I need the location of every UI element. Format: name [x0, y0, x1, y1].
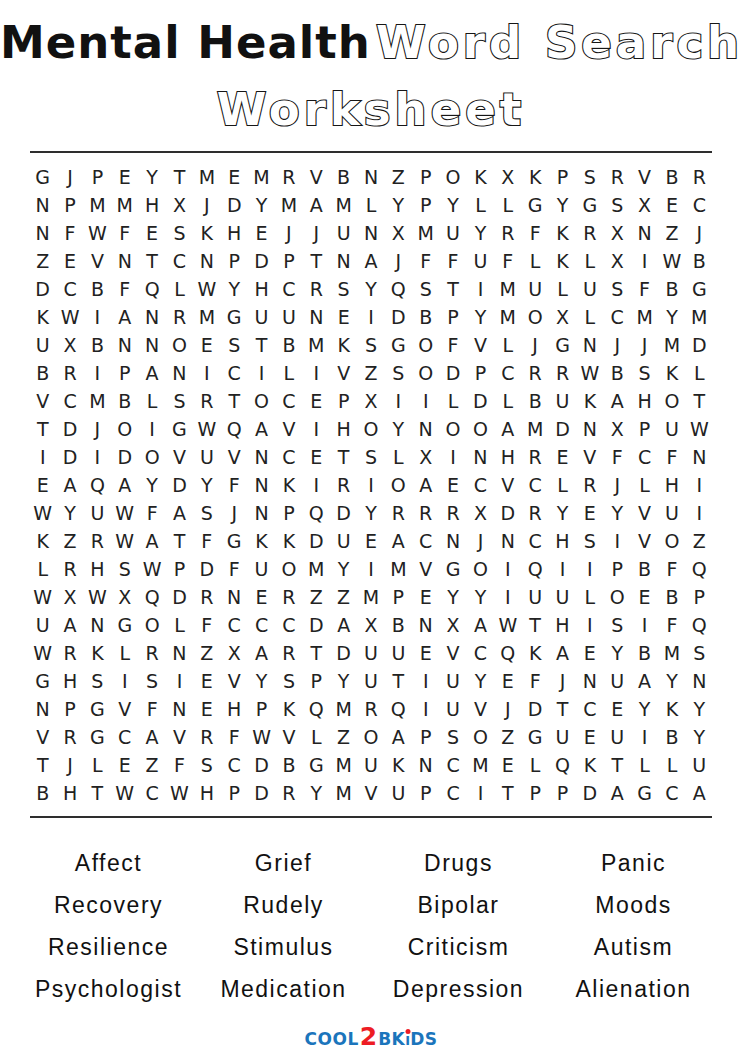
grid-cell[interactable]: X	[439, 611, 466, 639]
grid-cell[interactable]: U	[439, 219, 466, 247]
grid-cell[interactable]: R	[193, 583, 220, 611]
grid-cell[interactable]: W	[248, 723, 275, 751]
grid-cell[interactable]: P	[111, 359, 138, 387]
grid-cell[interactable]: V	[494, 471, 521, 499]
grid-cell[interactable]: J	[193, 191, 220, 219]
grid-cell[interactable]: K	[29, 303, 56, 331]
grid-cell[interactable]: M	[330, 751, 357, 779]
grid-cell[interactable]: N	[193, 247, 220, 275]
grid-cell[interactable]: S	[330, 275, 357, 303]
grid-cell[interactable]: Y	[467, 303, 494, 331]
grid-cell[interactable]: C	[221, 611, 248, 639]
grid-cell[interactable]: I	[357, 555, 384, 583]
grid-cell[interactable]: Y	[604, 639, 631, 667]
grid-cell[interactable]: U	[686, 751, 713, 779]
grid-cell[interactable]: Z	[56, 527, 83, 555]
grid-cell[interactable]: V	[412, 555, 439, 583]
grid-cell[interactable]: R	[357, 695, 384, 723]
grid-cell[interactable]: E	[412, 639, 439, 667]
grid-cell[interactable]: D	[193, 555, 220, 583]
grid-cell[interactable]: C	[275, 275, 302, 303]
grid-cell[interactable]: E	[56, 247, 83, 275]
grid-cell[interactable]: P	[604, 555, 631, 583]
grid-cell[interactable]: F	[56, 219, 83, 247]
grid-cell[interactable]: G	[576, 191, 603, 219]
grid-cell[interactable]: Z	[138, 751, 165, 779]
grid-cell[interactable]: Q	[385, 275, 412, 303]
grid-cell[interactable]: M	[111, 191, 138, 219]
grid-cell[interactable]: U	[193, 443, 220, 471]
grid-cell[interactable]: N	[303, 303, 330, 331]
grid-cell[interactable]: B	[385, 611, 412, 639]
grid-cell[interactable]: Q	[494, 639, 521, 667]
grid-cell[interactable]: S	[84, 667, 111, 695]
grid-cell[interactable]: M	[412, 219, 439, 247]
grid-cell[interactable]: V	[330, 359, 357, 387]
grid-cell[interactable]: I	[29, 443, 56, 471]
grid-cell[interactable]: S	[439, 723, 466, 751]
grid-cell[interactable]: T	[29, 751, 56, 779]
grid-cell[interactable]: D	[166, 583, 193, 611]
grid-cell[interactable]: E	[549, 443, 576, 471]
grid-cell[interactable]: B	[275, 751, 302, 779]
grid-cell[interactable]: L	[521, 751, 548, 779]
grid-cell[interactable]: W	[576, 359, 603, 387]
grid-cell[interactable]: L	[29, 555, 56, 583]
grid-cell[interactable]: Y	[330, 667, 357, 695]
grid-cell[interactable]: Z	[385, 163, 412, 191]
grid-cell[interactable]: C	[494, 359, 521, 387]
grid-cell[interactable]: R	[275, 639, 302, 667]
grid-cell[interactable]: S	[631, 359, 658, 387]
grid-cell[interactable]: U	[658, 499, 685, 527]
grid-cell[interactable]: V	[166, 723, 193, 751]
grid-cell[interactable]: O	[604, 583, 631, 611]
grid-cell[interactable]: N	[576, 667, 603, 695]
grid-cell[interactable]: V	[275, 415, 302, 443]
grid-cell[interactable]: M	[658, 639, 685, 667]
grid-cell[interactable]: I	[138, 415, 165, 443]
grid-cell[interactable]: R	[138, 639, 165, 667]
grid-cell[interactable]: I	[631, 247, 658, 275]
grid-cell[interactable]: W	[111, 527, 138, 555]
grid-cell[interactable]: E	[138, 219, 165, 247]
grid-cell[interactable]: Q	[221, 415, 248, 443]
grid-cell[interactable]: S	[604, 191, 631, 219]
grid-cell[interactable]: L	[439, 387, 466, 415]
grid-cell[interactable]: P	[248, 695, 275, 723]
grid-cell[interactable]: I	[494, 555, 521, 583]
grid-cell[interactable]: X	[604, 415, 631, 443]
grid-cell[interactable]: V	[221, 667, 248, 695]
grid-cell[interactable]: B	[631, 639, 658, 667]
grid-cell[interactable]: K	[576, 751, 603, 779]
grid-cell[interactable]: H	[221, 219, 248, 247]
grid-cell[interactable]: J	[604, 471, 631, 499]
grid-cell[interactable]: Y	[631, 695, 658, 723]
grid-cell[interactable]: D	[29, 275, 56, 303]
grid-cell[interactable]: X	[357, 611, 384, 639]
grid-cell[interactable]: Y	[658, 303, 685, 331]
grid-cell[interactable]: Y	[357, 499, 384, 527]
grid-cell[interactable]: R	[56, 639, 83, 667]
grid-cell[interactable]: S	[193, 499, 220, 527]
grid-cell[interactable]: O	[138, 443, 165, 471]
grid-cell[interactable]: B	[111, 387, 138, 415]
grid-cell[interactable]: I	[576, 555, 603, 583]
grid-cell[interactable]: I	[686, 471, 713, 499]
grid-cell[interactable]: M	[467, 751, 494, 779]
grid-cell[interactable]: B	[29, 779, 56, 807]
grid-cell[interactable]: F	[658, 555, 685, 583]
grid-cell[interactable]: F	[138, 695, 165, 723]
grid-cell[interactable]: T	[521, 611, 548, 639]
grid-cell[interactable]: M	[357, 583, 384, 611]
grid-cell[interactable]: I	[84, 443, 111, 471]
grid-cell[interactable]: A	[357, 247, 384, 275]
grid-cell[interactable]: O	[521, 303, 548, 331]
grid-cell[interactable]: U	[604, 723, 631, 751]
grid-cell[interactable]: O	[275, 555, 302, 583]
grid-cell[interactable]: K	[658, 695, 685, 723]
grid-cell[interactable]: I	[467, 779, 494, 807]
grid-cell[interactable]: R	[84, 527, 111, 555]
grid-cell[interactable]: W	[84, 219, 111, 247]
grid-cell[interactable]: S	[576, 527, 603, 555]
grid-cell[interactable]: V	[576, 443, 603, 471]
grid-cell[interactable]: H	[193, 779, 220, 807]
grid-cell[interactable]: L	[631, 751, 658, 779]
grid-cell[interactable]: A	[56, 471, 83, 499]
grid-cell[interactable]: O	[467, 415, 494, 443]
grid-cell[interactable]: A	[56, 611, 83, 639]
grid-cell[interactable]: M	[303, 331, 330, 359]
grid-cell[interactable]: E	[330, 303, 357, 331]
grid-cell[interactable]: J	[303, 219, 330, 247]
grid-cell[interactable]: B	[658, 275, 685, 303]
grid-cell[interactable]: S	[357, 443, 384, 471]
grid-cell[interactable]: G	[221, 303, 248, 331]
grid-cell[interactable]: F	[521, 667, 548, 695]
grid-cell[interactable]: U	[385, 639, 412, 667]
grid-cell[interactable]: N	[357, 219, 384, 247]
grid-cell[interactable]: L	[275, 359, 302, 387]
grid-cell[interactable]: R	[193, 723, 220, 751]
grid-cell[interactable]: O	[467, 555, 494, 583]
grid-cell[interactable]: M	[275, 191, 302, 219]
grid-cell[interactable]: E	[439, 471, 466, 499]
grid-cell[interactable]: F	[439, 247, 466, 275]
grid-cell[interactable]: L	[166, 611, 193, 639]
grid-cell[interactable]: P	[385, 583, 412, 611]
grid-cell[interactable]: G	[521, 191, 548, 219]
grid-cell[interactable]: I	[84, 359, 111, 387]
grid-cell[interactable]: C	[658, 779, 685, 807]
grid-cell[interactable]: X	[604, 219, 631, 247]
grid-cell[interactable]: F	[193, 611, 220, 639]
grid-cell[interactable]: Z	[330, 583, 357, 611]
grid-cell[interactable]: H	[494, 443, 521, 471]
grid-cell[interactable]: I	[248, 359, 275, 387]
grid-cell[interactable]: J	[521, 331, 548, 359]
grid-cell[interactable]: I	[467, 275, 494, 303]
grid-cell[interactable]: L	[385, 443, 412, 471]
grid-cell[interactable]: L	[549, 471, 576, 499]
grid-cell[interactable]: I	[576, 611, 603, 639]
grid-cell[interactable]: D	[385, 303, 412, 331]
grid-cell[interactable]: O	[111, 415, 138, 443]
grid-cell[interactable]: B	[658, 163, 685, 191]
grid-cell[interactable]: U	[549, 387, 576, 415]
grid-cell[interactable]: M	[303, 555, 330, 583]
grid-cell[interactable]: D	[56, 415, 83, 443]
grid-cell[interactable]: S	[412, 275, 439, 303]
grid-cell[interactable]: U	[330, 527, 357, 555]
grid-cell[interactable]: W	[138, 555, 165, 583]
grid-cell[interactable]: W	[56, 303, 83, 331]
grid-cell[interactable]: C	[138, 779, 165, 807]
grid-cell[interactable]: J	[275, 219, 302, 247]
grid-cell[interactable]: I	[111, 667, 138, 695]
grid-cell[interactable]: N	[494, 527, 521, 555]
grid-cell[interactable]: E	[494, 751, 521, 779]
grid-cell[interactable]: H	[56, 667, 83, 695]
grid-cell[interactable]: F	[604, 443, 631, 471]
grid-cell[interactable]: M	[521, 415, 548, 443]
grid-cell[interactable]: U	[29, 611, 56, 639]
grid-cell[interactable]: N	[166, 359, 193, 387]
grid-cell[interactable]: L	[631, 471, 658, 499]
grid-cell[interactable]: A	[138, 723, 165, 751]
grid-cell[interactable]: T	[549, 695, 576, 723]
grid-cell[interactable]: I	[631, 611, 658, 639]
grid-cell[interactable]: I	[385, 387, 412, 415]
grid-cell[interactable]: V	[29, 723, 56, 751]
grid-cell[interactable]: S	[138, 667, 165, 695]
grid-cell[interactable]: A	[385, 527, 412, 555]
grid-cell[interactable]: C	[275, 443, 302, 471]
grid-cell[interactable]: H	[658, 471, 685, 499]
grid-cell[interactable]: U	[29, 331, 56, 359]
grid-cell[interactable]: N	[330, 247, 357, 275]
grid-cell[interactable]: I	[631, 723, 658, 751]
grid-cell[interactable]: D	[221, 191, 248, 219]
grid-cell[interactable]: I	[193, 359, 220, 387]
grid-cell[interactable]: K	[549, 219, 576, 247]
grid-cell[interactable]: Y	[467, 219, 494, 247]
grid-cell[interactable]: J	[467, 527, 494, 555]
grid-cell[interactable]: J	[604, 331, 631, 359]
grid-cell[interactable]: L	[138, 387, 165, 415]
grid-cell[interactable]: F	[658, 611, 685, 639]
grid-cell[interactable]: A	[412, 471, 439, 499]
grid-cell[interactable]: W	[166, 779, 193, 807]
grid-cell[interactable]: P	[303, 667, 330, 695]
grid-cell[interactable]: A	[549, 639, 576, 667]
grid-cell[interactable]: I	[412, 695, 439, 723]
grid-cell[interactable]: P	[84, 163, 111, 191]
grid-cell[interactable]: A	[686, 779, 713, 807]
grid-cell[interactable]: C	[221, 359, 248, 387]
grid-cell[interactable]: E	[604, 695, 631, 723]
grid-cell[interactable]: N	[631, 219, 658, 247]
grid-cell[interactable]: J	[549, 667, 576, 695]
grid-cell[interactable]: V	[357, 779, 384, 807]
grid-cell[interactable]: R	[330, 471, 357, 499]
grid-cell[interactable]: A	[111, 303, 138, 331]
grid-cell[interactable]: Y	[303, 779, 330, 807]
grid-cell[interactable]: S	[604, 611, 631, 639]
grid-cell[interactable]: K	[275, 471, 302, 499]
grid-cell[interactable]: M	[631, 303, 658, 331]
grid-cell[interactable]: Z	[330, 723, 357, 751]
grid-cell[interactable]: A	[248, 415, 275, 443]
grid-cell[interactable]: T	[439, 275, 466, 303]
grid-cell[interactable]: I	[494, 583, 521, 611]
grid-cell[interactable]: Y	[467, 667, 494, 695]
grid-cell[interactable]: P	[330, 387, 357, 415]
grid-cell[interactable]: Y	[248, 667, 275, 695]
grid-cell[interactable]: F	[439, 331, 466, 359]
grid-cell[interactable]: J	[221, 499, 248, 527]
grid-cell[interactable]: L	[521, 247, 548, 275]
grid-cell[interactable]: R	[56, 555, 83, 583]
grid-cell[interactable]: D	[686, 331, 713, 359]
grid-cell[interactable]: G	[29, 163, 56, 191]
grid-cell[interactable]: L	[686, 359, 713, 387]
grid-cell[interactable]: Y	[549, 191, 576, 219]
grid-cell[interactable]: B	[84, 275, 111, 303]
grid-cell[interactable]: J	[56, 163, 83, 191]
grid-cell[interactable]: I	[357, 471, 384, 499]
grid-cell[interactable]: K	[193, 219, 220, 247]
grid-cell[interactable]: D	[303, 611, 330, 639]
grid-cell[interactable]: R	[303, 275, 330, 303]
grid-cell[interactable]: C	[275, 611, 302, 639]
grid-cell[interactable]: P	[549, 779, 576, 807]
grid-cell[interactable]: Y	[686, 723, 713, 751]
grid-cell[interactable]: A	[604, 387, 631, 415]
grid-cell[interactable]: X	[549, 303, 576, 331]
grid-cell[interactable]: U	[248, 555, 275, 583]
grid-cell[interactable]: M	[193, 303, 220, 331]
grid-cell[interactable]: J	[385, 247, 412, 275]
grid-cell[interactable]: U	[248, 303, 275, 331]
grid-cell[interactable]: M	[330, 779, 357, 807]
grid-cell[interactable]: Y	[221, 275, 248, 303]
grid-cell[interactable]: A	[138, 527, 165, 555]
grid-cell[interactable]: H	[138, 191, 165, 219]
grid-cell[interactable]: N	[166, 695, 193, 723]
grid-cell[interactable]: C	[111, 723, 138, 751]
grid-cell[interactable]: G	[439, 555, 466, 583]
grid-cell[interactable]: D	[166, 471, 193, 499]
grid-cell[interactable]: C	[248, 611, 275, 639]
grid-cell[interactable]: K	[549, 247, 576, 275]
grid-cell[interactable]: F	[166, 751, 193, 779]
grid-cell[interactable]: U	[439, 695, 466, 723]
grid-cell[interactable]: W	[29, 583, 56, 611]
grid-cell[interactable]: P	[56, 191, 83, 219]
grid-cell[interactable]: L	[303, 723, 330, 751]
grid-cell[interactable]: N	[412, 415, 439, 443]
grid-cell[interactable]: R	[385, 499, 412, 527]
grid-cell[interactable]: R	[193, 387, 220, 415]
grid-cell[interactable]: B	[658, 723, 685, 751]
grid-cell[interactable]: R	[494, 219, 521, 247]
grid-cell[interactable]: N	[221, 583, 248, 611]
grid-cell[interactable]: E	[576, 499, 603, 527]
grid-cell[interactable]: U	[330, 219, 357, 247]
grid-cell[interactable]: I	[303, 359, 330, 387]
grid-cell[interactable]: A	[604, 779, 631, 807]
grid-cell[interactable]: B	[84, 331, 111, 359]
grid-cell[interactable]: H	[84, 555, 111, 583]
grid-cell[interactable]: T	[138, 247, 165, 275]
grid-cell[interactable]: S	[193, 751, 220, 779]
grid-cell[interactable]: D	[111, 443, 138, 471]
grid-cell[interactable]: D	[330, 499, 357, 527]
grid-cell[interactable]: I	[357, 303, 384, 331]
grid-cell[interactable]: V	[221, 443, 248, 471]
grid-cell[interactable]: W	[686, 415, 713, 443]
grid-cell[interactable]: K	[275, 695, 302, 723]
grid-cell[interactable]: D	[521, 695, 548, 723]
grid-cell[interactable]: R	[576, 219, 603, 247]
grid-cell[interactable]: T	[494, 779, 521, 807]
grid-cell[interactable]: S	[166, 387, 193, 415]
grid-cell[interactable]: X	[111, 583, 138, 611]
grid-cell[interactable]: H	[56, 779, 83, 807]
grid-cell[interactable]: T	[303, 247, 330, 275]
grid-cell[interactable]: E	[29, 471, 56, 499]
grid-cell[interactable]: C	[56, 387, 83, 415]
grid-cell[interactable]: V	[467, 695, 494, 723]
grid-cell[interactable]: Y	[248, 191, 275, 219]
grid-cell[interactable]: D	[248, 779, 275, 807]
grid-cell[interactable]: Y	[56, 499, 83, 527]
grid-cell[interactable]: O	[357, 415, 384, 443]
grid-cell[interactable]: E	[576, 639, 603, 667]
grid-cell[interactable]: N	[248, 499, 275, 527]
grid-cell[interactable]: K	[521, 163, 548, 191]
grid-cell[interactable]: W	[193, 275, 220, 303]
grid-cell[interactable]: G	[303, 751, 330, 779]
grid-cell[interactable]: N	[29, 695, 56, 723]
grid-cell[interactable]: C	[275, 387, 302, 415]
grid-cell[interactable]: N	[467, 443, 494, 471]
grid-cell[interactable]: C	[604, 303, 631, 331]
grid-cell[interactable]: P	[412, 779, 439, 807]
grid-cell[interactable]: P	[549, 163, 576, 191]
grid-cell[interactable]: L	[467, 191, 494, 219]
grid-cell[interactable]: N	[248, 471, 275, 499]
grid-cell[interactable]: H	[248, 275, 275, 303]
grid-cell[interactable]: P	[686, 583, 713, 611]
grid-cell[interactable]: X	[494, 163, 521, 191]
grid-cell[interactable]: K	[521, 639, 548, 667]
grid-cell[interactable]: K	[248, 527, 275, 555]
grid-cell[interactable]: P	[166, 555, 193, 583]
grid-cell[interactable]: R	[604, 163, 631, 191]
grid-cell[interactable]: M	[84, 387, 111, 415]
grid-cell[interactable]: L	[494, 191, 521, 219]
grid-cell[interactable]: K	[330, 331, 357, 359]
grid-cell[interactable]: X	[56, 331, 83, 359]
grid-cell[interactable]: L	[576, 247, 603, 275]
grid-cell[interactable]: G	[111, 611, 138, 639]
grid-cell[interactable]: N	[29, 219, 56, 247]
